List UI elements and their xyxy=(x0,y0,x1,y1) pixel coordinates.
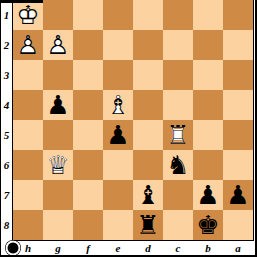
white-pawn[interactable]: ♟♙ xyxy=(43,30,73,60)
square-b4[interactable] xyxy=(193,90,223,120)
rank-label-7: 7 xyxy=(0,180,13,210)
square-e5[interactable]: ♟ xyxy=(103,120,133,150)
square-d6[interactable] xyxy=(133,150,163,180)
square-c7[interactable] xyxy=(163,180,193,210)
piece-outline-layer: ♙ xyxy=(43,30,73,60)
square-c8[interactable] xyxy=(163,210,193,240)
square-a7[interactable]: ♟ xyxy=(223,180,253,210)
square-f8[interactable] xyxy=(73,210,103,240)
square-d1[interactable] xyxy=(133,0,163,30)
side-to-move-indicator xyxy=(5,240,21,256)
black-rook[interactable]: ♜ xyxy=(133,210,163,240)
square-e4[interactable]: ♝♗ xyxy=(103,90,133,120)
square-e7[interactable] xyxy=(103,180,133,210)
square-d5[interactable] xyxy=(133,120,163,150)
black-knight[interactable]: ♞ xyxy=(163,150,193,180)
board: ♚♔♟♙♟♙♟♝♗♟♜♖♛♕♞♝♟♟♜♚ xyxy=(13,0,253,240)
square-e6[interactable] xyxy=(103,150,133,180)
square-e8[interactable] xyxy=(103,210,133,240)
white-queen[interactable]: ♛♕ xyxy=(43,150,73,180)
square-g3[interactable] xyxy=(43,60,73,90)
square-g4[interactable]: ♟ xyxy=(43,90,73,120)
square-a6[interactable] xyxy=(223,150,253,180)
frame-edge-left xyxy=(0,0,1,257)
black-pawn[interactable]: ♟ xyxy=(103,120,133,150)
rank-label-6: 6 xyxy=(0,150,13,180)
square-b7[interactable]: ♟ xyxy=(193,180,223,210)
square-g1[interactable] xyxy=(43,0,73,30)
black-pawn[interactable]: ♟ xyxy=(223,180,253,210)
white-pawn[interactable]: ♟♙ xyxy=(13,30,43,60)
square-b1[interactable] xyxy=(193,0,223,30)
square-a3[interactable] xyxy=(223,60,253,90)
piece-outline-layer: ♔ xyxy=(13,0,43,30)
square-h2[interactable]: ♟♙ xyxy=(13,30,43,60)
square-d4[interactable] xyxy=(133,90,163,120)
square-b2[interactable] xyxy=(193,30,223,60)
square-e2[interactable] xyxy=(103,30,133,60)
frame-edge-top-left xyxy=(0,0,43,3)
rank-label-8: 8 xyxy=(0,210,13,240)
square-d8[interactable]: ♜ xyxy=(133,210,163,240)
square-h3[interactable] xyxy=(13,60,43,90)
square-a2[interactable] xyxy=(223,30,253,60)
square-g6[interactable]: ♛♕ xyxy=(43,150,73,180)
square-h8[interactable] xyxy=(13,210,43,240)
square-g7[interactable] xyxy=(43,180,73,210)
piece-outline-layer: ♕ xyxy=(43,150,73,180)
square-c4[interactable] xyxy=(163,90,193,120)
rank-label-3: 3 xyxy=(0,60,13,90)
square-f6[interactable] xyxy=(73,150,103,180)
square-a5[interactable] xyxy=(223,120,253,150)
square-c5[interactable]: ♜♖ xyxy=(163,120,193,150)
square-f2[interactable] xyxy=(73,30,103,60)
frame-edge-right xyxy=(255,0,257,257)
white-king[interactable]: ♚♔ xyxy=(13,0,43,30)
square-h5[interactable] xyxy=(13,120,43,150)
square-h7[interactable] xyxy=(13,180,43,210)
square-g5[interactable] xyxy=(43,120,73,150)
file-label-e: e xyxy=(103,240,133,256)
file-labels: hgfedcba xyxy=(13,240,253,256)
square-f4[interactable] xyxy=(73,90,103,120)
rank-label-4: 4 xyxy=(0,90,13,120)
piece-outline-layer: ♗ xyxy=(103,90,133,120)
square-c2[interactable] xyxy=(163,30,193,60)
square-d7[interactable]: ♝ xyxy=(133,180,163,210)
file-label-d: d xyxy=(133,240,163,256)
file-label-a: a xyxy=(223,240,253,256)
square-h4[interactable] xyxy=(13,90,43,120)
square-b8[interactable]: ♚ xyxy=(193,210,223,240)
square-c1[interactable] xyxy=(163,0,193,30)
square-a4[interactable] xyxy=(223,90,253,120)
square-c6[interactable]: ♞ xyxy=(163,150,193,180)
square-g8[interactable] xyxy=(43,210,73,240)
square-g2[interactable]: ♟♙ xyxy=(43,30,73,60)
black-pawn[interactable]: ♟ xyxy=(193,180,223,210)
file-label-f: f xyxy=(73,240,103,256)
square-a8[interactable] xyxy=(223,210,253,240)
square-f5[interactable] xyxy=(73,120,103,150)
square-a1[interactable] xyxy=(223,0,253,30)
piece-outline-layer: ♖ xyxy=(163,120,193,150)
rank-label-2: 2 xyxy=(0,30,13,60)
black-pawn[interactable]: ♟ xyxy=(43,90,73,120)
square-e1[interactable] xyxy=(103,0,133,30)
square-d3[interactable] xyxy=(133,60,163,90)
black-bishop[interactable]: ♝ xyxy=(133,180,163,210)
square-b6[interactable] xyxy=(193,150,223,180)
square-h6[interactable] xyxy=(13,150,43,180)
file-label-g: g xyxy=(43,240,73,256)
white-bishop[interactable]: ♝♗ xyxy=(103,90,133,120)
square-d2[interactable] xyxy=(133,30,163,60)
square-f7[interactable] xyxy=(73,180,103,210)
rank-label-1: 1 xyxy=(0,0,13,30)
rank-labels: 12345678 xyxy=(0,0,13,240)
square-b3[interactable] xyxy=(193,60,223,90)
file-label-b: b xyxy=(193,240,223,256)
black-king[interactable]: ♚ xyxy=(193,210,223,240)
square-f3[interactable] xyxy=(73,60,103,90)
white-rook[interactable]: ♜♖ xyxy=(163,120,193,150)
square-e3[interactable] xyxy=(103,60,133,90)
file-label-c: c xyxy=(163,240,193,256)
square-b5[interactable] xyxy=(193,120,223,150)
square-c3[interactable] xyxy=(163,60,193,90)
rank-label-5: 5 xyxy=(0,120,13,150)
square-h1[interactable]: ♚♔ xyxy=(13,0,43,30)
square-f1[interactable] xyxy=(73,0,103,30)
piece-outline-layer: ♙ xyxy=(13,30,43,60)
